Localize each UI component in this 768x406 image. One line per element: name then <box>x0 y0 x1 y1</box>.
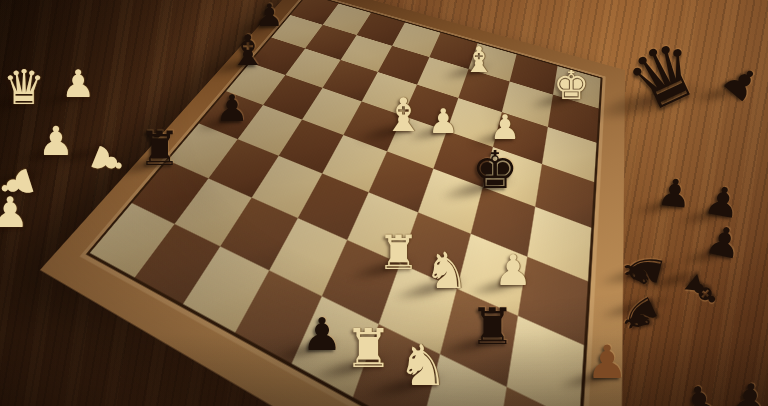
table-surface: ♚♝♟♟♝♟♜♞♜♞♟♝♟♜♚♜♟♛♟♟♟♟♟♛♟♟♟♟♞♝♞♟♟♟ <box>0 0 768 406</box>
piece-white-K-a8[interactable]: ♚ <box>553 66 589 106</box>
captured-black-P-1: ♟ <box>716 56 768 110</box>
piece-black-K-b5[interactable]: ♚ <box>472 145 519 197</box>
captured-black-P-9: ♟ <box>676 378 723 406</box>
piece-white-R-d3[interactable]: ♜ <box>377 229 419 276</box>
captured-black-P-4: ♟ <box>702 219 745 266</box>
piece-black-P-d2[interactable]: ♟ <box>302 313 343 358</box>
piece-white-B-c8[interactable]: ♝ <box>463 41 495 76</box>
piece-black-R-b2[interactable]: ♜ <box>470 301 515 351</box>
piece-white-N-c1[interactable]: ♞ <box>397 338 448 395</box>
captured-black-Q-0: ♛ <box>616 26 712 126</box>
captured-black-B-6: ♝ <box>673 263 729 319</box>
captured-white-P-1: ♟ <box>61 65 95 103</box>
piece-white-R-d1[interactable]: ♜ <box>345 324 393 377</box>
piece-white-P-b3[interactable]: ♟ <box>494 251 532 293</box>
captured-black-P-2: ♟ <box>655 173 693 214</box>
captured-black-P-10: ♟ <box>728 376 768 406</box>
captured-white-Q-0: ♛ <box>2 63 45 111</box>
piece-black-R-h3[interactable]: ♜ <box>138 125 180 172</box>
piece-white-B-d5[interactable]: ♝ <box>383 93 424 139</box>
piece-black-B-h6[interactable]: ♝ <box>229 31 267 73</box>
piece-black-P-h5[interactable]: ♟ <box>216 91 249 128</box>
piece-white-P-b6[interactable]: ♟ <box>490 110 521 144</box>
captured-black-P-8: ♟ <box>586 339 627 385</box>
captured-white-P-5: ♟ <box>0 192 29 234</box>
captured-white-P-2: ♟ <box>38 121 74 161</box>
captured-white-P-3: ♟ <box>84 138 132 184</box>
piece-white-N-c3[interactable]: ♞ <box>424 247 469 297</box>
piece-white-P-d6[interactable]: ♟ <box>428 103 459 137</box>
